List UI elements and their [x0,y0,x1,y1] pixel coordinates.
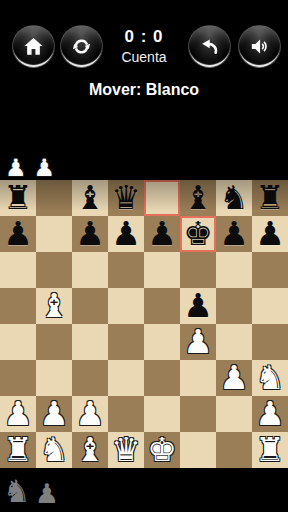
black-pawn-piece: ♟ [255,216,285,252]
square-a4[interactable] [0,324,36,360]
black-rook-piece: ♜ [255,180,285,216]
square-e7[interactable]: ♟ [144,216,180,252]
captured-white-pawn: ♟ [34,156,56,180]
square-a6[interactable] [0,252,36,288]
black-pawn-piece: ♟ [111,216,141,252]
square-b8[interactable] [36,180,72,216]
square-d6[interactable] [108,252,144,288]
captured-white-pawn: ♟ [5,156,27,180]
square-g5[interactable] [216,288,252,324]
square-h7[interactable]: ♟ [252,216,288,252]
square-h5[interactable] [252,288,288,324]
white-pawn-piece: ♟ [3,396,33,432]
square-h1[interactable]: ♜ [252,432,288,468]
square-h4[interactable] [252,324,288,360]
square-b2[interactable]: ♟ [36,396,72,432]
black-bishop-piece: ♝ [75,180,105,216]
square-d2[interactable] [108,396,144,432]
square-a3[interactable] [0,360,36,396]
undo-button[interactable] [188,25,231,68]
square-c7[interactable]: ♟ [72,216,108,252]
square-d1[interactable]: ♛ [108,432,144,468]
square-e1[interactable]: ♚ [144,432,180,468]
white-pawn-piece: ♟ [183,324,213,360]
white-queen-piece: ♛ [111,432,141,468]
square-a1[interactable]: ♜ [0,432,36,468]
black-queen-piece: ♛ [111,180,141,216]
square-d3[interactable] [108,360,144,396]
square-d4[interactable] [108,324,144,360]
black-pawn-piece: ♟ [183,288,213,324]
square-g3[interactable]: ♟ [216,360,252,396]
white-pawn-piece: ♟ [219,360,249,396]
square-f1[interactable] [180,432,216,468]
toolbar: 0 : 0 Cuenta [0,0,288,76]
captured-black-knight: ♞ [3,476,31,507]
white-rook-piece: ♜ [3,432,33,468]
black-pawn-piece: ♟ [3,216,33,252]
square-f2[interactable] [180,396,216,432]
white-bishop-piece: ♝ [39,288,69,324]
white-knight-piece: ♞ [39,432,69,468]
undo-arrow-icon [198,35,221,58]
square-c6[interactable] [72,252,108,288]
white-king-piece: ♚ [147,432,177,468]
square-e5[interactable] [144,288,180,324]
square-f6[interactable] [180,252,216,288]
square-e6[interactable] [144,252,180,288]
black-pawn-piece: ♟ [219,216,249,252]
square-g8[interactable]: ♞ [216,180,252,216]
square-c5[interactable] [72,288,108,324]
black-rook-piece: ♜ [3,180,33,216]
square-a7[interactable]: ♟ [0,216,36,252]
square-b6[interactable] [36,252,72,288]
black-bishop-piece: ♝ [183,180,213,216]
square-h3[interactable]: ♞ [252,360,288,396]
square-d5[interactable] [108,288,144,324]
white-pawn-piece: ♟ [75,396,105,432]
square-a2[interactable]: ♟ [0,396,36,432]
square-g4[interactable] [216,324,252,360]
square-c1[interactable]: ♝ [72,432,108,468]
captured-black-pawn: ♟ [35,480,59,507]
square-b7[interactable] [36,216,72,252]
square-h6[interactable] [252,252,288,288]
square-b4[interactable] [36,324,72,360]
square-d8[interactable]: ♛ [108,180,144,216]
black-pawn-piece: ♟ [75,216,105,252]
white-knight-piece: ♞ [255,360,285,396]
square-f5[interactable]: ♟ [180,288,216,324]
square-h8[interactable]: ♜ [252,180,288,216]
square-a8[interactable]: ♜ [0,180,36,216]
square-e2[interactable] [144,396,180,432]
square-c4[interactable] [72,324,108,360]
sound-button[interactable] [238,25,281,68]
black-knight-piece: ♞ [219,180,249,216]
black-pawn-piece: ♟ [147,216,177,252]
square-f4[interactable]: ♟ [180,324,216,360]
white-pawn-piece: ♟ [39,396,69,432]
square-b1[interactable]: ♞ [36,432,72,468]
turn-indicator: Mover: Blanco [0,81,288,99]
white-bishop-piece: ♝ [75,432,105,468]
square-g6[interactable] [216,252,252,288]
square-g7[interactable]: ♟ [216,216,252,252]
square-c2[interactable]: ♟ [72,396,108,432]
square-c8[interactable]: ♝ [72,180,108,216]
square-g1[interactable] [216,432,252,468]
square-g2[interactable] [216,396,252,432]
square-f3[interactable] [180,360,216,396]
square-d7[interactable]: ♟ [108,216,144,252]
square-e3[interactable] [144,360,180,396]
captured-black-tray: ♞♟ [3,469,59,507]
square-e8[interactable] [144,180,180,216]
square-h2[interactable]: ♟ [252,396,288,432]
square-e4[interactable] [144,324,180,360]
square-a5[interactable] [0,288,36,324]
white-rook-piece: ♜ [255,432,285,468]
speaker-icon [248,35,271,58]
captured-white-tray: ♟♟ [5,153,55,180]
white-pawn-piece: ♟ [255,396,285,432]
square-b5[interactable]: ♝ [36,288,72,324]
chess-board: ♜♝♛♝♞♜♟♟♟♟♚♟♟♝♟♟♟♞♟♟♟♟♜♞♝♛♚♜ [0,180,288,468]
square-f8[interactable]: ♝ [180,180,216,216]
square-f7[interactable]: ♚ [180,216,216,252]
square-c3[interactable] [72,360,108,396]
square-b3[interactable] [36,360,72,396]
black-king-piece: ♚ [183,216,213,252]
